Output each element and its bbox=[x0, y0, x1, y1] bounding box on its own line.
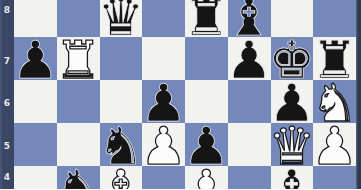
square-a5[interactable] bbox=[14, 123, 57, 166]
black-knight[interactable]: ♞ bbox=[55, 163, 102, 190]
white-pawn[interactable]: ♟ bbox=[311, 120, 358, 172]
board-right-edge bbox=[356, 0, 361, 189]
black-pawn[interactable]: ♟ bbox=[12, 34, 59, 86]
black-queen[interactable]: ♛ bbox=[98, 0, 145, 43]
rank-label-4: 4 bbox=[0, 173, 14, 182]
square-a4[interactable] bbox=[14, 166, 57, 189]
white-pawn[interactable]: ♟ bbox=[140, 120, 187, 172]
square-h5[interactable]: ♟ bbox=[313, 123, 356, 166]
black-bishop[interactable]: ♝ bbox=[269, 163, 316, 190]
square-d8[interactable] bbox=[142, 0, 185, 37]
square-e8[interactable]: ♜ bbox=[185, 0, 228, 37]
chess-board: ♛♜♝♟♜♟♚♜♟♟♞♞♟♟♛♟♞♝♟♝ bbox=[14, 0, 356, 189]
chessboard-screenshot: ♛♜♝♟♜♟♚♜♟♟♞♞♟♟♛♟♞♝♟♝ 87654 bbox=[0, 0, 361, 189]
white-rook[interactable]: ♜ bbox=[55, 34, 102, 86]
square-d5[interactable]: ♟ bbox=[142, 123, 185, 166]
rank-label-7: 7 bbox=[0, 57, 14, 66]
white-pawn[interactable]: ♟ bbox=[183, 163, 230, 190]
square-c4[interactable]: ♝ bbox=[100, 166, 143, 189]
square-f5[interactable] bbox=[228, 123, 271, 166]
rank-label-8: 8 bbox=[0, 6, 14, 15]
square-g4[interactable]: ♝ bbox=[271, 166, 314, 189]
rank-coordinates: 87654 bbox=[0, 0, 14, 189]
black-pawn[interactable]: ♟ bbox=[226, 34, 273, 86]
black-rook[interactable]: ♜ bbox=[183, 0, 230, 43]
rank-label-6: 6 bbox=[0, 99, 14, 108]
rank-label-5: 5 bbox=[0, 142, 14, 151]
square-a7[interactable]: ♟ bbox=[14, 37, 57, 80]
square-c8[interactable]: ♛ bbox=[100, 0, 143, 37]
square-f7[interactable]: ♟ bbox=[228, 37, 271, 80]
square-f4[interactable] bbox=[228, 166, 271, 189]
square-e4[interactable]: ♟ bbox=[185, 166, 228, 189]
square-b4[interactable]: ♞ bbox=[57, 166, 100, 189]
square-b7[interactable]: ♜ bbox=[57, 37, 100, 80]
white-bishop[interactable]: ♝ bbox=[98, 163, 145, 190]
